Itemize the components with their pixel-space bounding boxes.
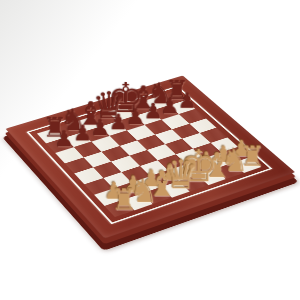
piece-black-pawn[interactable]: ♟	[34, 128, 94, 150]
chess-board: ♜♞♝♛♚♝♞♜♟♟♟♟♟♟♟♟♟♟♟♟♟♟♟♟♜♞♝♛♚♝♞♜	[5, 75, 295, 238]
board-frame: ♜♞♝♛♚♝♞♜♟♟♟♟♟♟♟♟♟♟♟♟♟♟♟♟♜♞♝♛♚♝♞♜	[5, 75, 295, 238]
piece-white-rook[interactable]: ♜	[92, 185, 156, 214]
product-photo: ♜♞♝♛♚♝♞♜♟♟♟♟♟♟♟♟♟♟♟♟♟♟♟♟♜♞♝♛♚♝♞♜	[0, 0, 300, 300]
